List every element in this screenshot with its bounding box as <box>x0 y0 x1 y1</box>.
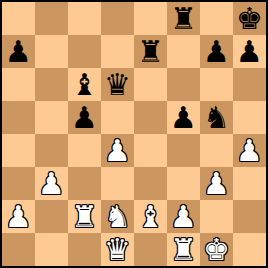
square-h7[interactable]: ♟ <box>233 35 266 68</box>
square-d5[interactable] <box>101 101 134 134</box>
square-e7[interactable]: ♜ <box>134 35 167 68</box>
square-h1[interactable] <box>233 233 266 266</box>
square-d6[interactable]: ♛ <box>101 68 134 101</box>
piece-black-bishop[interactable]: ♝ <box>71 68 98 101</box>
square-d7[interactable] <box>101 35 134 68</box>
square-f3[interactable] <box>167 167 200 200</box>
piece-white-pawn[interactable]: ♟ <box>170 200 197 233</box>
square-a1[interactable] <box>2 233 35 266</box>
square-b7[interactable] <box>35 35 68 68</box>
square-c1[interactable] <box>68 233 101 266</box>
square-f5[interactable]: ♟ <box>167 101 200 134</box>
piece-white-queen[interactable]: ♛ <box>104 233 131 266</box>
square-h2[interactable] <box>233 200 266 233</box>
square-b2[interactable] <box>35 200 68 233</box>
square-c2[interactable]: ♜ <box>68 200 101 233</box>
square-g6[interactable] <box>200 68 233 101</box>
piece-black-rook[interactable]: ♜ <box>137 35 164 68</box>
square-a8[interactable] <box>2 2 35 35</box>
piece-black-pawn[interactable]: ♟ <box>5 35 32 68</box>
square-c3[interactable] <box>68 167 101 200</box>
square-c7[interactable] <box>68 35 101 68</box>
square-c4[interactable] <box>68 134 101 167</box>
square-a3[interactable] <box>2 167 35 200</box>
square-c6[interactable]: ♝ <box>68 68 101 101</box>
chess-board-frame: ♜♚♟♜♟♟♝♛♟♟♞♟♟♟♟♟♜♞♝♟♛♜♚ <box>0 0 268 268</box>
square-f7[interactable] <box>167 35 200 68</box>
chess-board: ♜♚♟♜♟♟♝♛♟♟♞♟♟♟♟♟♜♞♝♟♛♜♚ <box>2 2 266 266</box>
square-d2[interactable]: ♞ <box>101 200 134 233</box>
square-h6[interactable] <box>233 68 266 101</box>
piece-white-pawn[interactable]: ♟ <box>38 167 65 200</box>
piece-black-pawn[interactable]: ♟ <box>236 35 263 68</box>
square-a2[interactable]: ♟ <box>2 200 35 233</box>
square-f4[interactable] <box>167 134 200 167</box>
square-g1[interactable]: ♚ <box>200 233 233 266</box>
piece-white-pawn[interactable]: ♟ <box>236 134 263 167</box>
square-h8[interactable]: ♚ <box>233 2 266 35</box>
piece-white-pawn[interactable]: ♟ <box>5 200 32 233</box>
piece-black-pawn[interactable]: ♟ <box>71 101 98 134</box>
square-h5[interactable] <box>233 101 266 134</box>
square-b8[interactable] <box>35 2 68 35</box>
square-f8[interactable]: ♜ <box>167 2 200 35</box>
piece-white-pawn[interactable]: ♟ <box>203 167 230 200</box>
square-b5[interactable] <box>35 101 68 134</box>
piece-black-knight[interactable]: ♞ <box>203 101 230 134</box>
square-d8[interactable] <box>101 2 134 35</box>
piece-black-queen[interactable]: ♛ <box>104 68 131 101</box>
square-g7[interactable]: ♟ <box>200 35 233 68</box>
square-d1[interactable]: ♛ <box>101 233 134 266</box>
square-e6[interactable] <box>134 68 167 101</box>
square-g4[interactable] <box>200 134 233 167</box>
square-g5[interactable]: ♞ <box>200 101 233 134</box>
square-d4[interactable]: ♟ <box>101 134 134 167</box>
square-g8[interactable] <box>200 2 233 35</box>
square-b3[interactable]: ♟ <box>35 167 68 200</box>
square-e2[interactable]: ♝ <box>134 200 167 233</box>
square-e1[interactable] <box>134 233 167 266</box>
piece-white-king[interactable]: ♚ <box>203 233 230 266</box>
square-d3[interactable] <box>101 167 134 200</box>
square-e5[interactable] <box>134 101 167 134</box>
piece-white-rook[interactable]: ♜ <box>71 200 98 233</box>
square-f1[interactable]: ♜ <box>167 233 200 266</box>
square-f6[interactable] <box>167 68 200 101</box>
square-h4[interactable]: ♟ <box>233 134 266 167</box>
square-a4[interactable] <box>2 134 35 167</box>
piece-black-king[interactable]: ♚ <box>236 2 263 35</box>
square-g3[interactable]: ♟ <box>200 167 233 200</box>
piece-black-pawn[interactable]: ♟ <box>203 35 230 68</box>
square-e8[interactable] <box>134 2 167 35</box>
square-a6[interactable] <box>2 68 35 101</box>
piece-white-knight[interactable]: ♞ <box>104 200 131 233</box>
square-b1[interactable] <box>35 233 68 266</box>
square-e3[interactable] <box>134 167 167 200</box>
square-e4[interactable] <box>134 134 167 167</box>
piece-white-bishop[interactable]: ♝ <box>137 200 164 233</box>
square-g2[interactable] <box>200 200 233 233</box>
square-c5[interactable]: ♟ <box>68 101 101 134</box>
square-c8[interactable] <box>68 2 101 35</box>
square-f2[interactable]: ♟ <box>167 200 200 233</box>
square-b4[interactable] <box>35 134 68 167</box>
square-b6[interactable] <box>35 68 68 101</box>
square-h3[interactable] <box>233 167 266 200</box>
piece-white-rook[interactable]: ♜ <box>170 233 197 266</box>
square-a5[interactable] <box>2 101 35 134</box>
piece-black-rook[interactable]: ♜ <box>170 2 197 35</box>
piece-white-pawn[interactable]: ♟ <box>104 134 131 167</box>
square-a7[interactable]: ♟ <box>2 35 35 68</box>
piece-black-pawn[interactable]: ♟ <box>170 101 197 134</box>
